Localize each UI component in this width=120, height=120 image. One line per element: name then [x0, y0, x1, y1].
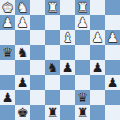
square-b6[interactable] [15, 30, 30, 45]
piece-bP-h3[interactable]: ♟ [107, 75, 119, 90]
square-a6[interactable] [0, 30, 15, 45]
square-d3[interactable] [45, 75, 60, 90]
square-e1[interactable] [60, 105, 75, 120]
square-h5[interactable] [105, 45, 120, 60]
piece-bQ-f2[interactable]: ♛ [77, 90, 89, 105]
square-a2[interactable]: ♟ [0, 90, 15, 105]
square-g4[interactable]: ♟ [90, 60, 105, 75]
square-b4[interactable] [15, 60, 30, 75]
chess-board: ♚♞♜♜♟♟♟♝♟♟♛♞♞♟♟♟♟♟♛♚♜♜ [0, 0, 120, 120]
square-h7[interactable] [105, 15, 120, 30]
square-c1[interactable] [30, 105, 45, 120]
piece-wR-f8[interactable]: ♜ [77, 0, 89, 15]
square-f4[interactable] [75, 60, 90, 75]
square-c3[interactable] [30, 75, 45, 90]
square-g5[interactable] [90, 45, 105, 60]
piece-bN-b5[interactable]: ♞ [17, 45, 29, 60]
square-d8[interactable]: ♜ [45, 0, 60, 15]
square-c5[interactable] [30, 45, 45, 60]
piece-bP-e4[interactable]: ♟ [62, 60, 74, 75]
square-a7[interactable]: ♟ [0, 15, 15, 30]
square-b5[interactable]: ♞ [15, 45, 30, 60]
square-g7[interactable] [90, 15, 105, 30]
square-b3[interactable]: ♟ [15, 75, 30, 90]
square-e6[interactable]: ♝ [60, 30, 75, 45]
square-d7[interactable] [45, 15, 60, 30]
square-e4[interactable]: ♟ [60, 60, 75, 75]
square-e7[interactable] [60, 15, 75, 30]
square-d4[interactable]: ♞ [45, 60, 60, 75]
square-h4[interactable] [105, 60, 120, 75]
square-h3[interactable]: ♟ [105, 75, 120, 90]
square-c8[interactable] [30, 0, 45, 15]
square-b1[interactable]: ♚ [15, 105, 30, 120]
square-f1[interactable]: ♜ [75, 105, 90, 120]
square-f6[interactable] [75, 30, 90, 45]
square-c4[interactable] [30, 60, 45, 75]
square-h6[interactable]: ♟ [105, 30, 120, 45]
square-a3[interactable] [0, 75, 15, 90]
square-e2[interactable] [60, 90, 75, 105]
square-b8[interactable]: ♞ [15, 0, 30, 15]
square-a8[interactable]: ♚ [0, 0, 15, 15]
square-f2[interactable]: ♛ [75, 90, 90, 105]
square-g6[interactable]: ♟ [90, 30, 105, 45]
square-g8[interactable] [90, 0, 105, 15]
square-g1[interactable] [90, 105, 105, 120]
piece-wR-d8[interactable]: ♜ [47, 0, 59, 15]
piece-wP-b7[interactable]: ♟ [17, 15, 29, 30]
square-h2[interactable] [105, 90, 120, 105]
piece-wP-h6[interactable]: ♟ [107, 30, 119, 45]
piece-wB-e6[interactable]: ♝ [62, 30, 74, 45]
square-f8[interactable]: ♜ [75, 0, 90, 15]
square-g2[interactable] [90, 90, 105, 105]
square-f3[interactable] [75, 75, 90, 90]
piece-wP-a7[interactable]: ♟ [2, 15, 14, 30]
square-a1[interactable] [0, 105, 15, 120]
piece-bP-a2[interactable]: ♟ [2, 90, 14, 105]
square-b7[interactable]: ♟ [15, 15, 30, 30]
piece-wK-a8[interactable]: ♚ [2, 0, 14, 15]
square-c7[interactable] [30, 15, 45, 30]
square-e5[interactable] [60, 45, 75, 60]
square-g3[interactable] [90, 75, 105, 90]
piece-bP-g4[interactable]: ♟ [92, 60, 104, 75]
square-f7[interactable]: ♟ [75, 15, 90, 30]
piece-bP-b3[interactable]: ♟ [17, 75, 29, 90]
square-b2[interactable] [15, 90, 30, 105]
square-e3[interactable] [60, 75, 75, 90]
square-f5[interactable] [75, 45, 90, 60]
square-a4[interactable] [0, 60, 15, 75]
square-e8[interactable] [60, 0, 75, 15]
square-c2[interactable] [30, 90, 45, 105]
piece-bR-f1[interactable]: ♜ [77, 105, 89, 120]
piece-wN-b8[interactable]: ♞ [17, 0, 29, 15]
piece-bR-d1[interactable]: ♜ [47, 105, 59, 120]
square-h8[interactable] [105, 0, 120, 15]
piece-bN-d4[interactable]: ♞ [47, 60, 59, 75]
piece-bQ-a5[interactable]: ♛ [2, 45, 14, 60]
square-d2[interactable] [45, 90, 60, 105]
square-c6[interactable] [30, 30, 45, 45]
square-d6[interactable] [45, 30, 60, 45]
square-d1[interactable]: ♜ [45, 105, 60, 120]
square-h1[interactable] [105, 105, 120, 120]
square-d5[interactable] [45, 45, 60, 60]
piece-wP-g6[interactable]: ♟ [92, 30, 104, 45]
piece-wP-f7[interactable]: ♟ [77, 15, 89, 30]
piece-bK-b1[interactable]: ♚ [17, 105, 29, 120]
square-a5[interactable]: ♛ [0, 45, 15, 60]
